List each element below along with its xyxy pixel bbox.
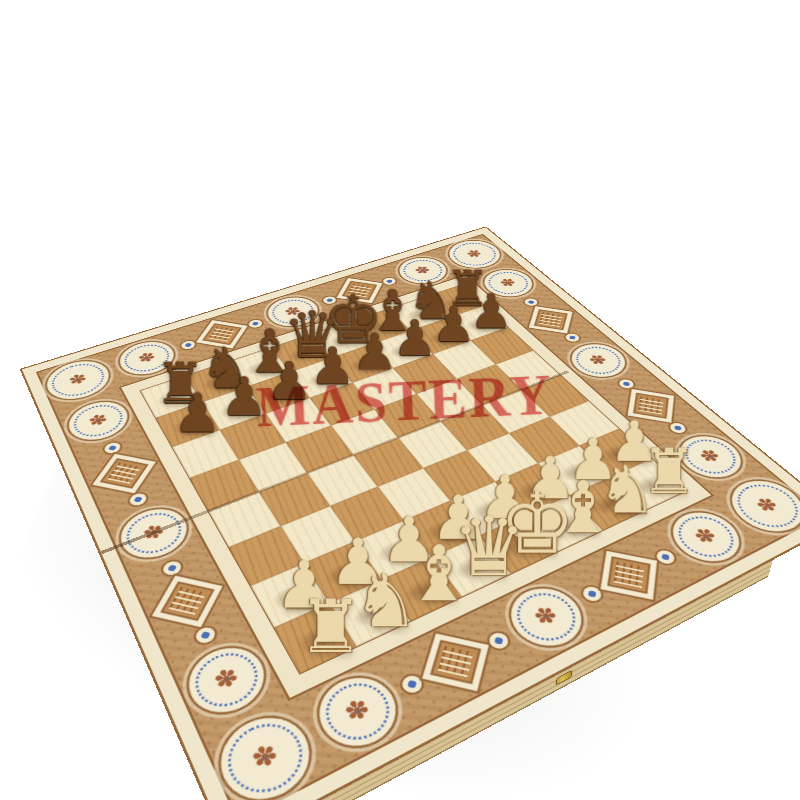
piece-black-pawn[interactable]: ♟ bbox=[470, 288, 513, 336]
piece-white-rook[interactable]: ♜ bbox=[298, 590, 364, 663]
flower-inlay-icon: ✽ bbox=[529, 603, 563, 631]
dot-inlay bbox=[102, 441, 121, 455]
flower-inlay-icon: ✽ bbox=[695, 446, 725, 466]
chess-box: ✽✽✽ ✽✽✽ ✽✽✽ ✽✽✽ ✽ ✽ ✽ ✽ ♜♞♝♛♚♝♞♜♟♟♟♟♟♟♟♟… bbox=[22, 227, 800, 800]
dot-inlay bbox=[653, 548, 678, 566]
diamond-inlay bbox=[601, 551, 657, 600]
flower-inlay-icon: ✽ bbox=[690, 525, 722, 549]
flower-inlay-icon: ✽ bbox=[86, 411, 110, 429]
dot-inlay bbox=[486, 630, 512, 651]
flower-inlay-icon: ✽ bbox=[67, 371, 90, 388]
dot-inlay bbox=[160, 559, 182, 577]
rosette-dot-ring: ✽ bbox=[187, 644, 267, 717]
piece-black-pawn[interactable]: ♟ bbox=[173, 387, 222, 441]
diamond-inlay bbox=[529, 306, 573, 333]
dot-inlay bbox=[193, 625, 217, 646]
diamond-inlay bbox=[422, 633, 489, 691]
dot-inlay bbox=[563, 332, 582, 343]
flower-inlay-icon: ✽ bbox=[248, 739, 283, 775]
rosette-dot-ring: ✽ bbox=[725, 477, 800, 535]
rosette-medallion: ✽ bbox=[113, 501, 196, 567]
product-photo-stage: ✽✽✽ ✽✽✽ ✽✽✽ ✽✽✽ ✽ ✽ ✽ ✽ ♜♞♝♛♚♝♞♜♟♟♟♟♟♟♟♟… bbox=[0, 0, 800, 800]
piece-black-pawn[interactable]: ♟ bbox=[393, 314, 437, 363]
dot-inlay bbox=[399, 672, 425, 695]
diamond-inlay bbox=[92, 454, 155, 494]
dot-inlay bbox=[179, 339, 196, 350]
piece-black-pawn[interactable]: ♟ bbox=[432, 301, 475, 349]
brass-clasp bbox=[555, 669, 572, 685]
diamond-inlay bbox=[152, 576, 223, 628]
rosette-dot-ring: ✽ bbox=[667, 510, 744, 565]
dot-inlay bbox=[667, 421, 688, 435]
rosette-dot-ring: ✽ bbox=[69, 400, 129, 443]
flower-inlay-icon: ✽ bbox=[340, 695, 375, 728]
flower-inlay-icon: ✽ bbox=[210, 664, 243, 695]
flower-inlay-icon: ✽ bbox=[464, 248, 486, 260]
rosette-medallion: ✽ bbox=[179, 637, 276, 725]
rosette-medallion: ✽ bbox=[62, 395, 134, 447]
flower-inlay-icon: ✽ bbox=[752, 494, 784, 516]
rosette-dot-ring: ✽ bbox=[506, 585, 587, 650]
watermark: MASTERY bbox=[255, 362, 555, 440]
dot-inlay bbox=[127, 492, 148, 508]
rosette-dot-ring: ✽ bbox=[315, 674, 400, 751]
dot-inlay bbox=[616, 378, 636, 390]
